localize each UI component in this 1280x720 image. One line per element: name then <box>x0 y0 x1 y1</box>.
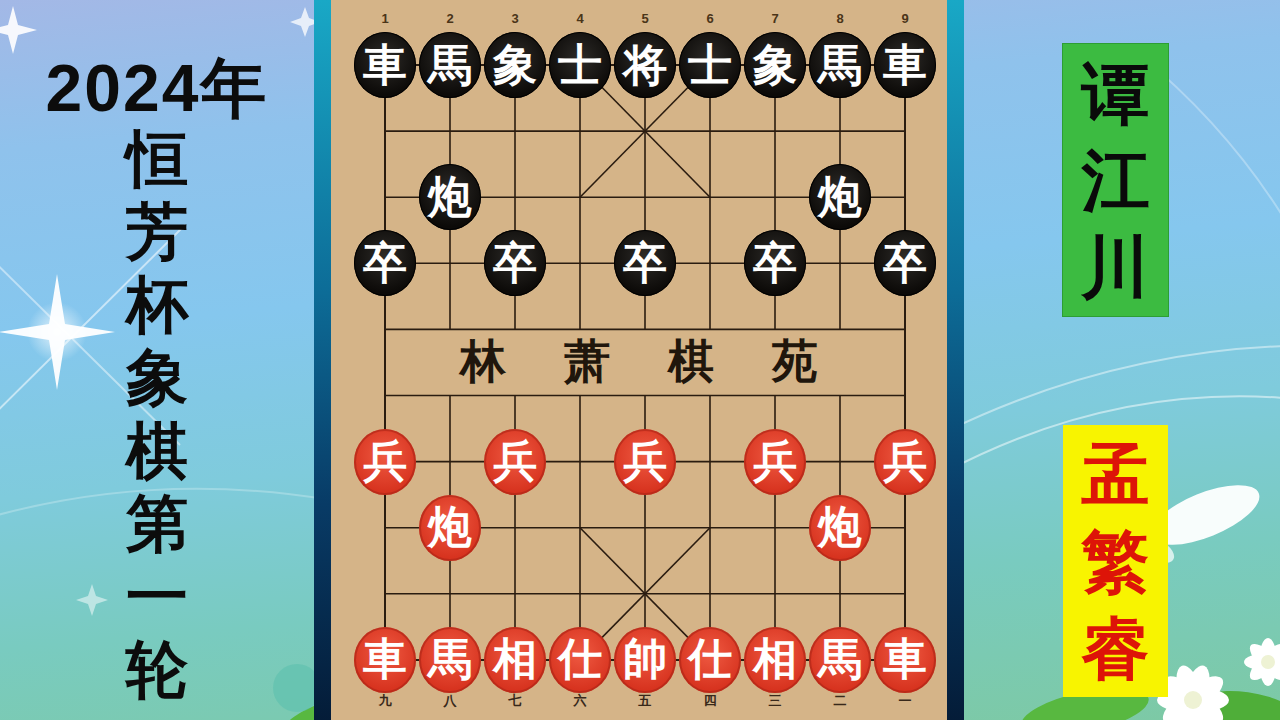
file-number: 1 <box>370 11 400 26</box>
black-piece-車: 車 <box>874 32 936 98</box>
file-number: 九 <box>370 692 400 710</box>
file-number: 8 <box>825 11 855 26</box>
black-piece-卒: 卒 <box>874 230 936 296</box>
watermark-char: 苑 <box>772 331 818 393</box>
title-char: 轮 <box>126 633 188 706</box>
black-piece-卒: 卒 <box>614 230 676 296</box>
black-piece-馬: 馬 <box>419 32 481 98</box>
video-frame: { "game": "xiangqi", "event": { "year_li… <box>0 0 1280 720</box>
red-piece-馬: 馬 <box>809 627 871 693</box>
black-piece-象: 象 <box>484 32 546 98</box>
watermark-char: 萧 <box>564 331 610 393</box>
red-piece-兵: 兵 <box>744 429 806 495</box>
file-number: 3 <box>500 11 530 26</box>
xiangqi-board: 林萧棋苑 123456789九八七六五四三二一車馬象士将士象馬車炮炮卒卒卒卒卒兵… <box>331 0 947 720</box>
xiangqi-app-window: 林萧棋苑 123456789九八七六五四三二一車馬象士将士象馬車炮炮卒卒卒卒卒兵… <box>314 0 964 720</box>
black-piece-卒: 卒 <box>744 230 806 296</box>
red-piece-車: 車 <box>874 627 936 693</box>
flower-icon <box>1244 638 1280 686</box>
red-piece-炮: 炮 <box>419 495 481 561</box>
title-char: 谭 <box>1082 50 1150 137</box>
title-char: 一 <box>126 560 188 633</box>
red-piece-仕: 仕 <box>679 627 741 693</box>
red-piece-車: 車 <box>354 627 416 693</box>
title-char: 江 <box>1082 137 1150 224</box>
black-piece-炮: 炮 <box>809 164 871 230</box>
title-char: 杯 <box>126 268 188 341</box>
watermark-char: 林 <box>460 331 506 393</box>
title-char: 繁 <box>1082 518 1150 605</box>
file-number: 六 <box>565 692 595 710</box>
file-number: 七 <box>500 692 530 710</box>
red-piece-兵: 兵 <box>484 429 546 495</box>
black-piece-将: 将 <box>614 32 676 98</box>
black-piece-車: 車 <box>354 32 416 98</box>
player-black-label: 谭江川 <box>1062 43 1169 317</box>
black-piece-象: 象 <box>744 32 806 98</box>
file-number: 4 <box>565 11 595 26</box>
red-piece-炮: 炮 <box>809 495 871 561</box>
red-piece-相: 相 <box>744 627 806 693</box>
file-number: 2 <box>435 11 465 26</box>
title-char: 第 <box>126 487 188 560</box>
file-number: 7 <box>760 11 790 26</box>
red-piece-兵: 兵 <box>874 429 936 495</box>
red-piece-馬: 馬 <box>419 627 481 693</box>
event-title-vertical: 恒芳杯象棋第一轮 <box>0 122 314 706</box>
black-piece-卒: 卒 <box>484 230 546 296</box>
title-char: 睿 <box>1082 605 1150 692</box>
arc-line <box>945 346 1280 432</box>
file-number: 二 <box>825 692 855 710</box>
file-number: 三 <box>760 692 790 710</box>
title-char: 恒 <box>126 122 188 195</box>
file-number: 四 <box>695 692 725 710</box>
black-piece-馬: 馬 <box>809 32 871 98</box>
watermark-char: 棋 <box>668 331 714 393</box>
black-piece-士: 士 <box>679 32 741 98</box>
file-number: 一 <box>890 692 920 710</box>
red-piece-相: 相 <box>484 627 546 693</box>
red-piece-兵: 兵 <box>614 429 676 495</box>
black-piece-卒: 卒 <box>354 230 416 296</box>
red-piece-仕: 仕 <box>549 627 611 693</box>
red-piece-帥: 帥 <box>614 627 676 693</box>
black-piece-士: 士 <box>549 32 611 98</box>
file-number: 9 <box>890 11 920 26</box>
file-number: 5 <box>630 11 660 26</box>
player-red-label: 孟繁睿 <box>1063 425 1168 697</box>
title-char: 孟 <box>1082 431 1150 518</box>
event-year: 2024年 <box>0 44 314 134</box>
file-number: 五 <box>630 692 660 710</box>
title-char: 川 <box>1082 224 1150 311</box>
red-piece-兵: 兵 <box>354 429 416 495</box>
black-piece-炮: 炮 <box>419 164 481 230</box>
board-watermark: 林萧棋苑 <box>331 333 947 391</box>
file-number: 6 <box>695 11 725 26</box>
file-number: 八 <box>435 692 465 710</box>
title-char: 棋 <box>126 414 188 487</box>
title-char: 象 <box>126 341 188 414</box>
title-char: 芳 <box>126 195 188 268</box>
